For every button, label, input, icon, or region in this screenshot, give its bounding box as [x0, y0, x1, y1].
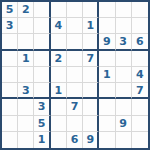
cell-r4c1-empty[interactable] [2, 51, 18, 67]
cell-r4c2-given: 1 [18, 51, 34, 67]
cell-r3c3-empty[interactable] [34, 34, 50, 50]
cell-r6c8-empty[interactable] [116, 83, 132, 99]
cell-r4c8-empty[interactable] [116, 51, 132, 67]
cell-r6c6-empty[interactable] [83, 83, 99, 99]
cell-r6c3-empty[interactable] [34, 83, 50, 99]
cell-r1c6-empty[interactable] [83, 2, 99, 18]
cell-r5c9-given: 4 [132, 67, 148, 83]
cell-r1c5-empty[interactable] [67, 2, 83, 18]
cell-r5c8-empty[interactable] [116, 67, 132, 83]
cell-r2c5-empty[interactable] [67, 18, 83, 34]
cell-r7c3-given: 3 [34, 99, 50, 115]
cell-r2c6-given: 1 [83, 18, 99, 34]
cell-r5c5-empty[interactable] [67, 67, 83, 83]
cell-r1c3-empty[interactable] [34, 2, 50, 18]
cell-r9c7-empty[interactable] [99, 132, 115, 148]
cell-r3c9-given: 6 [132, 34, 148, 50]
cell-r7c1-empty[interactable] [2, 99, 18, 115]
cell-r9c8-empty[interactable] [116, 132, 132, 148]
cell-r7c6-empty[interactable] [83, 99, 99, 115]
cell-r9c2-empty[interactable] [18, 132, 34, 148]
cell-r4c4-given: 2 [51, 51, 67, 67]
cell-r1c2-given: 2 [18, 2, 34, 18]
cell-r3c4-empty[interactable] [51, 34, 67, 50]
cell-r5c4-empty[interactable] [51, 67, 67, 83]
cell-r1c9-empty[interactable] [132, 2, 148, 18]
cell-r3c8-given: 3 [116, 34, 132, 50]
cell-r2c3-empty[interactable] [34, 18, 50, 34]
cell-r2c1-given: 3 [2, 18, 18, 34]
cell-r3c6-empty[interactable] [83, 34, 99, 50]
cell-r2c2-empty[interactable] [18, 18, 34, 34]
cell-r2c7-empty[interactable] [99, 18, 115, 34]
cell-r8c7-empty[interactable] [99, 116, 115, 132]
cell-r3c1-empty[interactable] [2, 34, 18, 50]
cell-r6c2-given: 3 [18, 83, 34, 99]
cell-r7c8-empty[interactable] [116, 99, 132, 115]
cell-r6c4-given: 1 [51, 83, 67, 99]
cell-r4c9-empty[interactable] [132, 51, 148, 67]
cell-r9c4-empty[interactable] [51, 132, 67, 148]
cell-r1c8-empty[interactable] [116, 2, 132, 18]
cell-r9c3-given: 1 [34, 132, 50, 148]
cell-r8c6-empty[interactable] [83, 116, 99, 132]
cell-r7c7-empty[interactable] [99, 99, 115, 115]
cell-r3c7-given: 9 [99, 34, 115, 50]
cell-r8c9-empty[interactable] [132, 116, 148, 132]
cell-r9c9-empty[interactable] [132, 132, 148, 148]
cell-r6c7-empty[interactable] [99, 83, 115, 99]
cell-r9c1-empty[interactable] [2, 132, 18, 148]
cell-r1c1-given: 5 [2, 2, 18, 18]
cell-r8c5-empty[interactable] [67, 116, 83, 132]
cell-r5c2-empty[interactable] [18, 67, 34, 83]
cell-r8c1-empty[interactable] [2, 116, 18, 132]
cell-r2c9-empty[interactable] [132, 18, 148, 34]
cell-r3c2-empty[interactable] [18, 34, 34, 50]
cell-r1c4-empty[interactable] [51, 2, 67, 18]
cell-r7c2-empty[interactable] [18, 99, 34, 115]
cell-r2c8-empty[interactable] [116, 18, 132, 34]
cell-r8c4-empty[interactable] [51, 116, 67, 132]
cell-r2c4-given: 4 [51, 18, 67, 34]
cell-r1c7-empty[interactable] [99, 2, 115, 18]
cell-r7c4-empty[interactable] [51, 99, 67, 115]
cell-r6c1-empty[interactable] [2, 83, 18, 99]
cell-r4c6-given: 7 [83, 51, 99, 67]
cell-r7c9-empty[interactable] [132, 99, 148, 115]
cell-r9c5-given: 6 [67, 132, 83, 148]
cell-r9c6-given: 9 [83, 132, 99, 148]
cell-r6c9-given: 7 [132, 83, 148, 99]
cell-r8c2-empty[interactable] [18, 116, 34, 132]
cell-r5c3-empty[interactable] [34, 67, 50, 83]
cell-r4c3-empty[interactable] [34, 51, 50, 67]
cell-r8c3-given: 5 [34, 116, 50, 132]
cell-r5c6-empty[interactable] [83, 67, 99, 83]
cell-r4c5-empty[interactable] [67, 51, 83, 67]
cell-r4c7-empty[interactable] [99, 51, 115, 67]
cell-r8c8-given: 9 [116, 116, 132, 132]
cell-r5c7-given: 1 [99, 67, 115, 83]
cell-r7c5-given: 7 [67, 99, 83, 115]
cell-r6c5-empty[interactable] [67, 83, 83, 99]
cell-r3c5-empty[interactable] [67, 34, 83, 50]
cell-r5c1-empty[interactable] [2, 67, 18, 83]
sudoku-board: 52341936127143173759169 [0, 0, 150, 150]
